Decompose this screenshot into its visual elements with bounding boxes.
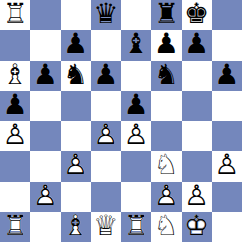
square-a5[interactable]: ♟	[0, 91, 30, 121]
square-e7[interactable]: ♝	[121, 30, 151, 60]
square-d5[interactable]	[91, 91, 121, 121]
square-c7[interactable]: ♟	[61, 30, 91, 60]
square-b4[interactable]	[30, 121, 60, 151]
piece-white-king[interactable]: ♚♔	[182, 212, 212, 242]
square-e5[interactable]: ♟	[121, 91, 151, 121]
piece-outline: ♙	[124, 122, 149, 150]
piece-outline: ♙	[33, 182, 58, 210]
square-d4[interactable]: ♟♙	[91, 121, 121, 151]
piece-body: ♝	[124, 31, 149, 59]
piece-black-pawn[interactable]: ♟	[182, 30, 212, 60]
square-e6[interactable]	[121, 61, 151, 91]
piece-black-queen[interactable]: ♛	[91, 0, 121, 30]
square-d3[interactable]	[91, 151, 121, 181]
square-h6[interactable]: ♟	[212, 61, 242, 91]
piece-white-bishop[interactable]: ♝♗	[61, 212, 91, 242]
square-d6[interactable]: ♟	[91, 61, 121, 91]
piece-outline: ♖	[3, 1, 28, 29]
square-d8[interactable]: ♛	[91, 0, 121, 30]
piece-outline: ♙	[63, 152, 88, 180]
square-g6[interactable]	[182, 61, 212, 91]
square-b3[interactable]	[30, 151, 60, 181]
piece-black-pawn[interactable]: ♟	[30, 61, 60, 91]
square-b7[interactable]	[30, 30, 60, 60]
piece-body: ♛	[93, 1, 118, 29]
square-h7[interactable]	[212, 30, 242, 60]
piece-body: ♟	[154, 31, 179, 59]
piece-white-knight[interactable]: ♞♘	[151, 212, 181, 242]
piece-outline: ♙	[184, 182, 209, 210]
chess-board: ♜♖♛♜♚♟♝♟♟♝♗♟♞♟♞♟♟♟♟♙♟♙♟♙♟♙♞♘♟♙♟♙♟♙♟♙♜♖♝♗…	[0, 0, 242, 242]
square-a1[interactable]: ♜♖	[0, 212, 30, 242]
piece-body: ♞	[154, 61, 179, 89]
square-c6[interactable]: ♞	[61, 61, 91, 91]
piece-body: ♟	[33, 61, 58, 89]
piece-outline: ♘	[154, 212, 179, 240]
square-g8[interactable]: ♚	[182, 0, 212, 30]
piece-body: ♚	[184, 1, 209, 29]
square-c1[interactable]: ♝♗	[61, 212, 91, 242]
piece-black-rook[interactable]: ♜	[151, 0, 181, 30]
piece-outline: ♗	[3, 61, 28, 89]
piece-black-pawn[interactable]: ♟	[61, 30, 91, 60]
piece-black-pawn[interactable]: ♟	[121, 91, 151, 121]
piece-body: ♟	[3, 91, 28, 119]
piece-outline: ♙	[154, 182, 179, 210]
piece-outline: ♔	[184, 212, 209, 240]
piece-black-knight[interactable]: ♞	[151, 61, 181, 91]
piece-body: ♟	[124, 91, 149, 119]
square-d2[interactable]	[91, 182, 121, 212]
square-g3[interactable]	[182, 151, 212, 181]
piece-outline: ♙	[3, 122, 28, 150]
piece-white-knight[interactable]: ♞♘	[151, 151, 181, 181]
square-c4[interactable]	[61, 121, 91, 151]
square-g1[interactable]: ♚♔	[182, 212, 212, 242]
piece-outline: ♖	[3, 212, 28, 240]
square-d7[interactable]	[91, 30, 121, 60]
square-e4[interactable]: ♟♙	[121, 121, 151, 151]
square-h2[interactable]	[212, 182, 242, 212]
square-f5[interactable]	[151, 91, 181, 121]
piece-white-pawn[interactable]: ♟♙	[91, 121, 121, 151]
piece-white-queen[interactable]: ♛♕	[91, 212, 121, 242]
square-g4[interactable]	[182, 121, 212, 151]
piece-body: ♜	[154, 1, 179, 29]
square-b2[interactable]: ♟♙	[30, 182, 60, 212]
piece-outline: ♙	[214, 152, 239, 180]
square-b8[interactable]	[30, 0, 60, 30]
square-h4[interactable]	[212, 121, 242, 151]
piece-outline: ♘	[154, 152, 179, 180]
square-c2[interactable]	[61, 182, 91, 212]
piece-black-knight[interactable]: ♞	[61, 61, 91, 91]
piece-white-pawn[interactable]: ♟♙	[30, 182, 60, 212]
square-g5[interactable]	[182, 91, 212, 121]
square-f7[interactable]: ♟	[151, 30, 181, 60]
piece-white-rook[interactable]: ♜♖	[0, 0, 30, 30]
piece-body: ♟	[184, 31, 209, 59]
square-f4[interactable]	[151, 121, 181, 151]
square-g2[interactable]: ♟♙	[182, 182, 212, 212]
square-g7[interactable]: ♟	[182, 30, 212, 60]
piece-white-pawn[interactable]: ♟♙	[212, 151, 242, 181]
square-b6[interactable]: ♟	[30, 61, 60, 91]
piece-white-pawn[interactable]: ♟♙	[151, 182, 181, 212]
piece-black-pawn[interactable]: ♟	[91, 61, 121, 91]
piece-outline: ♙	[93, 122, 118, 150]
square-c5[interactable]	[61, 91, 91, 121]
square-e2[interactable]	[121, 182, 151, 212]
piece-outline: ♖	[124, 212, 149, 240]
piece-body: ♟	[93, 61, 118, 89]
square-f6[interactable]: ♞	[151, 61, 181, 91]
square-a6[interactable]: ♝♗	[0, 61, 30, 91]
square-h3[interactable]: ♟♙	[212, 151, 242, 181]
square-f8[interactable]: ♜	[151, 0, 181, 30]
piece-white-pawn[interactable]: ♟♙	[61, 151, 91, 181]
piece-black-pawn[interactable]: ♟	[212, 61, 242, 91]
square-e1[interactable]: ♜♖	[121, 212, 151, 242]
square-h1[interactable]	[212, 212, 242, 242]
square-c8[interactable]	[61, 0, 91, 30]
square-f2[interactable]: ♟♙	[151, 182, 181, 212]
square-e3[interactable]	[121, 151, 151, 181]
square-e8[interactable]	[121, 0, 151, 30]
square-b5[interactable]	[30, 91, 60, 121]
square-a8[interactable]: ♜♖	[0, 0, 30, 30]
piece-white-pawn[interactable]: ♟♙	[0, 121, 30, 151]
piece-outline: ♕	[93, 212, 118, 240]
piece-body: ♟	[214, 61, 239, 89]
piece-white-rook[interactable]: ♜♖	[121, 212, 151, 242]
piece-white-rook[interactable]: ♜♖	[0, 212, 30, 242]
square-a4[interactable]: ♟♙	[0, 121, 30, 151]
square-f1[interactable]: ♞♘	[151, 212, 181, 242]
square-c3[interactable]: ♟♙	[61, 151, 91, 181]
piece-black-bishop[interactable]: ♝	[121, 30, 151, 60]
piece-outline: ♗	[63, 212, 88, 240]
square-f3[interactable]: ♞♘	[151, 151, 181, 181]
piece-black-king[interactable]: ♚	[182, 0, 212, 30]
piece-white-pawn[interactable]: ♟♙	[182, 182, 212, 212]
square-h5[interactable]	[212, 91, 242, 121]
piece-white-pawn[interactable]: ♟♙	[121, 121, 151, 151]
square-h8[interactable]	[212, 0, 242, 30]
square-a2[interactable]	[0, 182, 30, 212]
square-a3[interactable]	[0, 151, 30, 181]
square-a7[interactable]	[0, 30, 30, 60]
piece-body: ♟	[63, 31, 88, 59]
piece-black-pawn[interactable]: ♟	[151, 30, 181, 60]
piece-body: ♞	[63, 61, 88, 89]
square-d1[interactable]: ♛♕	[91, 212, 121, 242]
square-b1[interactable]	[30, 212, 60, 242]
piece-white-bishop[interactable]: ♝♗	[0, 61, 30, 91]
piece-black-pawn[interactable]: ♟	[0, 91, 30, 121]
